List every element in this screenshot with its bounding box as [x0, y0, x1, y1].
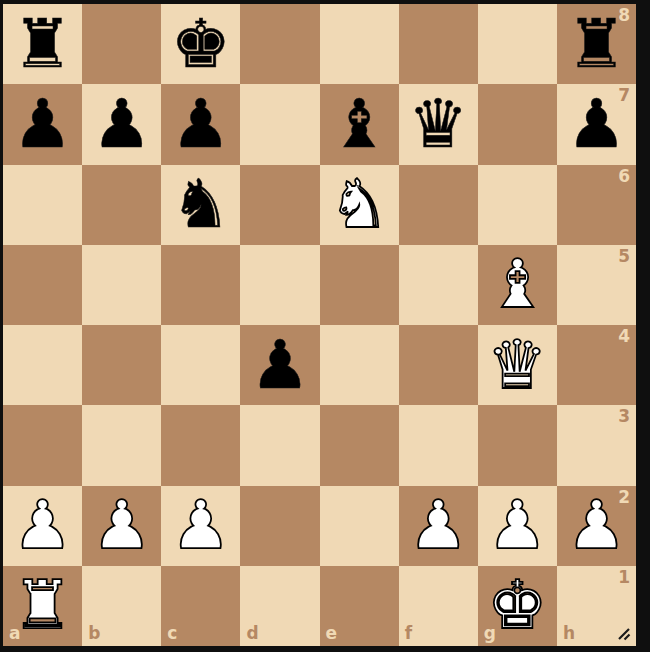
- square-f2[interactable]: ♟: [399, 486, 478, 566]
- piece-black-knight[interactable]: ♞: [161, 165, 240, 245]
- square-a8[interactable]: ♜: [3, 4, 82, 84]
- piece-black-queen[interactable]: ♛: [399, 84, 478, 164]
- file-label-h: h: [563, 625, 575, 642]
- square-b4[interactable]: [82, 325, 161, 405]
- rank-label-4: 4: [618, 328, 630, 345]
- square-g5[interactable]: ♝: [478, 245, 557, 325]
- square-a5[interactable]: [3, 245, 82, 325]
- square-f7[interactable]: ♛: [399, 84, 478, 164]
- square-b7[interactable]: ♟: [82, 84, 161, 164]
- square-h7[interactable]: 7♟: [557, 84, 636, 164]
- square-c5[interactable]: [161, 245, 240, 325]
- piece-white-bishop[interactable]: ♝: [478, 245, 557, 325]
- piece-white-pawn[interactable]: ♟: [3, 486, 82, 566]
- piece-white-rook[interactable]: ♜: [3, 566, 82, 646]
- piece-white-queen[interactable]: ♛: [478, 325, 557, 405]
- square-g1[interactable]: g♚: [478, 566, 557, 646]
- square-a3[interactable]: [3, 405, 82, 485]
- piece-black-pawn[interactable]: ♟: [161, 84, 240, 164]
- square-f8[interactable]: [399, 4, 478, 84]
- square-g7[interactable]: [478, 84, 557, 164]
- square-a4[interactable]: [3, 325, 82, 405]
- square-a2[interactable]: ♟: [3, 486, 82, 566]
- file-label-b: b: [88, 625, 100, 642]
- piece-black-bishop[interactable]: ♝: [320, 84, 399, 164]
- rank-label-5: 5: [618, 248, 630, 265]
- square-f4[interactable]: [399, 325, 478, 405]
- square-e6[interactable]: ♞: [320, 165, 399, 245]
- square-d2[interactable]: [240, 486, 319, 566]
- square-d6[interactable]: [240, 165, 319, 245]
- square-f5[interactable]: [399, 245, 478, 325]
- piece-black-king[interactable]: ♚: [161, 4, 240, 84]
- square-g2[interactable]: ♟: [478, 486, 557, 566]
- piece-black-pawn[interactable]: ♟: [240, 325, 319, 405]
- square-b2[interactable]: ♟: [82, 486, 161, 566]
- square-d4[interactable]: ♟: [240, 325, 319, 405]
- square-f1[interactable]: f: [399, 566, 478, 646]
- square-a1[interactable]: a♜: [3, 566, 82, 646]
- square-d8[interactable]: [240, 4, 319, 84]
- piece-black-rook[interactable]: ♜: [557, 4, 636, 84]
- square-e7[interactable]: ♝: [320, 84, 399, 164]
- square-b6[interactable]: [82, 165, 161, 245]
- square-e4[interactable]: [320, 325, 399, 405]
- square-g4[interactable]: ♛: [478, 325, 557, 405]
- square-g3[interactable]: [478, 405, 557, 485]
- square-b1[interactable]: b: [82, 566, 161, 646]
- square-f6[interactable]: [399, 165, 478, 245]
- square-e5[interactable]: [320, 245, 399, 325]
- rank-label-1: 1: [618, 569, 630, 586]
- piece-white-pawn[interactable]: ♟: [478, 486, 557, 566]
- square-d3[interactable]: [240, 405, 319, 485]
- square-c2[interactable]: ♟: [161, 486, 240, 566]
- piece-white-knight[interactable]: ♞: [320, 165, 399, 245]
- square-d1[interactable]: d: [240, 566, 319, 646]
- piece-black-pawn[interactable]: ♟: [557, 84, 636, 164]
- square-g6[interactable]: [478, 165, 557, 245]
- square-c3[interactable]: [161, 405, 240, 485]
- square-d5[interactable]: [240, 245, 319, 325]
- square-a7[interactable]: ♟: [3, 84, 82, 164]
- square-c4[interactable]: [161, 325, 240, 405]
- file-label-c: c: [167, 625, 177, 642]
- chess-board: ♜♚8♜♟♟♟♝♛7♟♞♞6♝5♟♛43♟♟♟♟♟2♟a♜bcdefg♚h1: [3, 4, 636, 646]
- square-b5[interactable]: [82, 245, 161, 325]
- rank-label-3: 3: [618, 408, 630, 425]
- piece-white-pawn[interactable]: ♟: [82, 486, 161, 566]
- piece-white-pawn[interactable]: ♟: [557, 486, 636, 566]
- piece-white-pawn[interactable]: ♟: [399, 486, 478, 566]
- square-h6[interactable]: 6: [557, 165, 636, 245]
- square-f3[interactable]: [399, 405, 478, 485]
- rank-label-6: 6: [618, 168, 630, 185]
- file-label-f: f: [405, 625, 412, 642]
- square-b3[interactable]: [82, 405, 161, 485]
- square-a6[interactable]: [3, 165, 82, 245]
- square-e2[interactable]: [320, 486, 399, 566]
- square-h2[interactable]: 2♟: [557, 486, 636, 566]
- square-e3[interactable]: [320, 405, 399, 485]
- square-h3[interactable]: 3: [557, 405, 636, 485]
- square-h4[interactable]: 4: [557, 325, 636, 405]
- square-c6[interactable]: ♞: [161, 165, 240, 245]
- square-c7[interactable]: ♟: [161, 84, 240, 164]
- square-e8[interactable]: [320, 4, 399, 84]
- square-d7[interactable]: [240, 84, 319, 164]
- piece-black-rook[interactable]: ♜: [3, 4, 82, 84]
- file-label-d: d: [246, 625, 258, 642]
- square-e1[interactable]: e: [320, 566, 399, 646]
- square-h8[interactable]: 8♜: [557, 4, 636, 84]
- piece-white-pawn[interactable]: ♟: [161, 486, 240, 566]
- file-label-e: e: [326, 625, 338, 642]
- square-c8[interactable]: ♚: [161, 4, 240, 84]
- square-g8[interactable]: [478, 4, 557, 84]
- square-h5[interactable]: 5: [557, 245, 636, 325]
- resize-handle-icon[interactable]: [616, 626, 632, 642]
- square-c1[interactable]: c: [161, 566, 240, 646]
- piece-black-pawn[interactable]: ♟: [82, 84, 161, 164]
- piece-black-pawn[interactable]: ♟: [3, 84, 82, 164]
- square-b8[interactable]: [82, 4, 161, 84]
- piece-white-king[interactable]: ♚: [478, 566, 557, 646]
